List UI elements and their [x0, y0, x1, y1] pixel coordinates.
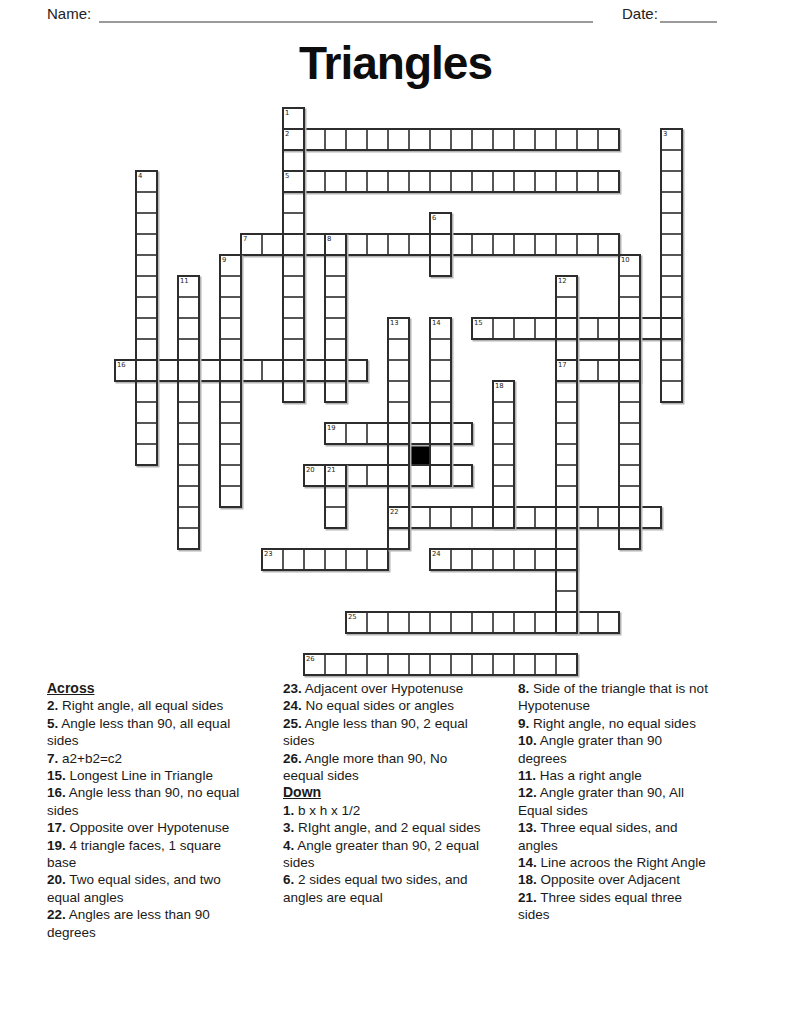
grid-cell-r17c10[interactable]: 21	[325, 465, 346, 486]
grid-cell-r14c13[interactable]	[388, 402, 409, 423]
grid-cell-r3c11[interactable]	[346, 171, 367, 192]
grid-cell-r1c8[interactable]: 2	[283, 129, 304, 150]
grid-cell-r5c8[interactable]	[283, 213, 304, 234]
grid-cell-r12c9[interactable]	[304, 360, 325, 381]
grid-cell-r3c10[interactable]	[325, 171, 346, 192]
grid-cell-r7c5[interactable]: 9	[220, 255, 241, 276]
date-label: Date:	[622, 5, 658, 22]
cell-number-22: 22	[390, 508, 399, 516]
grid-cell-r5c1[interactable]	[136, 213, 157, 234]
clue-across-7: 7. a2+b2=c2	[47, 750, 254, 767]
cell-number-14: 14	[432, 319, 441, 327]
grid-cell-r15c3[interactable]	[178, 423, 199, 444]
clue-down-11: 11. Has a right angle	[518, 767, 714, 784]
grid-cell-r21c15[interactable]: 24	[430, 549, 451, 570]
clue-across-19: 19. 4 triangle faces, 1 square base	[47, 837, 254, 872]
grid-cell-r1c20[interactable]	[535, 129, 556, 150]
grid-cell-r17c18[interactable]	[493, 465, 514, 486]
grid-cell-r12c22[interactable]	[577, 360, 598, 381]
grid-cell-r20c13[interactable]	[388, 528, 409, 549]
grid-cell-r6c23[interactable]	[598, 234, 619, 255]
grid-cell-r24c22[interactable]	[577, 612, 598, 633]
grid-cell-r3c1[interactable]: 4	[136, 171, 157, 192]
grid-cell-r17c16[interactable]	[451, 465, 472, 486]
grid-cell-r10c18[interactable]	[493, 318, 514, 339]
clue-down-1: 1. b x h x 1/2	[283, 802, 483, 819]
grid-cell-r3c16[interactable]	[451, 171, 472, 192]
cell-number-25: 25	[348, 613, 357, 621]
grid-cell-r12c2[interactable]	[157, 360, 178, 381]
name-field-line[interactable]	[99, 21, 593, 23]
grid-cell-r23c21[interactable]	[556, 591, 577, 612]
cell-number-5: 5	[285, 172, 289, 180]
clue-across-2: 2. Right angle, all equal sides	[47, 697, 254, 714]
grid-cell-r9c5[interactable]	[220, 297, 241, 318]
cell-number-15: 15	[474, 319, 483, 327]
grid-cell-r11c13[interactable]	[388, 339, 409, 360]
grid-cell-r1c19[interactable]	[514, 129, 535, 150]
cell-number-9: 9	[222, 256, 226, 264]
grid-cell-r17c3[interactable]	[178, 465, 199, 486]
grid-cell-r19c10[interactable]	[325, 507, 346, 528]
grid-cell-r18c10[interactable]	[325, 486, 346, 507]
grid-cell-r13c5[interactable]	[220, 381, 241, 402]
grid-cell-r9c26[interactable]	[661, 297, 682, 318]
grid-cell-r21c19[interactable]	[514, 549, 535, 570]
grid-cell-r3c13[interactable]	[388, 171, 409, 192]
grid-cell-r2c26[interactable]	[661, 150, 682, 171]
grid-cell-r12c5[interactable]	[220, 360, 241, 381]
page-title: Triangles	[0, 36, 791, 90]
grid-cell-r12c10[interactable]	[325, 360, 346, 381]
grid-cell-r26c20[interactable]	[535, 654, 556, 675]
grid-cell-r10c26[interactable]	[661, 318, 682, 339]
cell-number-20: 20	[306, 466, 315, 474]
across-header: Across	[47, 680, 254, 697]
grid-cell-r6c7[interactable]	[262, 234, 283, 255]
grid-cell-r1c21[interactable]	[556, 129, 577, 150]
grid-cell-r22c21[interactable]	[556, 570, 577, 591]
grid-cell-r19c14[interactable]	[409, 507, 430, 528]
grid-cell-r6c1[interactable]	[136, 234, 157, 255]
grid-cell-r1c17[interactable]	[472, 129, 493, 150]
grid-cell-r12c6[interactable]	[241, 360, 262, 381]
clue-column-3: 8. Side of the triangle that is not Hypo…	[518, 680, 714, 924]
grid-cell-r21c9[interactable]	[304, 549, 325, 570]
grid-cell-r14c18[interactable]	[493, 402, 514, 423]
grid-cell-r17c12[interactable]	[367, 465, 388, 486]
grid-cell-r1c23[interactable]	[598, 129, 619, 150]
grid-cell-r6c9[interactable]	[304, 234, 325, 255]
grid-cell-r7c24[interactable]: 10	[619, 255, 640, 276]
grid-cell-r6c26[interactable]	[661, 234, 682, 255]
grid-cell-r15c10[interactable]: 19	[325, 423, 346, 444]
grid-cell-r10c5[interactable]	[220, 318, 241, 339]
grid-cell-r13c10[interactable]	[325, 381, 346, 402]
grid-cell-r6c21[interactable]	[556, 234, 577, 255]
grid-cell-r3c12[interactable]	[367, 171, 388, 192]
grid-cell-r8c5[interactable]	[220, 276, 241, 297]
grid-cell-r12c7[interactable]	[262, 360, 283, 381]
grid-cell-r10c24[interactable]	[619, 318, 640, 339]
grid-cell-r9c10[interactable]	[325, 297, 346, 318]
grid-cell-r10c21[interactable]	[556, 318, 577, 339]
grid-cell-r11c8[interactable]	[283, 339, 304, 360]
grid-cell-r1c16[interactable]	[451, 129, 472, 150]
grid-cell-r8c24[interactable]	[619, 276, 640, 297]
grid-cell-r3c15[interactable]	[430, 171, 451, 192]
grid-cell-r19c3[interactable]	[178, 507, 199, 528]
grid-cell-r5c26[interactable]	[661, 213, 682, 234]
grid-cell-r17c15[interactable]	[430, 465, 451, 486]
grid-cell-r1c10[interactable]	[325, 129, 346, 150]
grid-cell-r6c11[interactable]	[346, 234, 367, 255]
grid-cell-r11c21[interactable]	[556, 339, 577, 360]
clue-down-13: 13. Three equal sides, and angles	[518, 819, 714, 854]
clue-across-22: 22. Angles are less than 90 degrees	[47, 906, 254, 941]
grid-cell-r1c22[interactable]	[577, 129, 598, 150]
clue-down-9: 9. Right angle, no equal sides	[518, 715, 714, 732]
clue-down-18: 18. Opposite over Adjacent	[518, 871, 714, 888]
grid-cell-r6c15[interactable]	[430, 234, 451, 255]
grid-cell-r13c3[interactable]	[178, 381, 199, 402]
grid-cell-r17c5[interactable]	[220, 465, 241, 486]
grid-cell-r6c6[interactable]: 7	[241, 234, 262, 255]
grid-cell-r13c26[interactable]	[661, 381, 682, 402]
grid-cell-r6c10[interactable]: 8	[325, 234, 346, 255]
grid-cell-r3c23[interactable]	[598, 171, 619, 192]
grid-cell-r12c23[interactable]	[598, 360, 619, 381]
grid-cell-r16c13[interactable]	[388, 444, 409, 465]
grid-cell-r10c15[interactable]: 14	[430, 318, 451, 339]
grid-cell-r26c14[interactable]	[409, 654, 430, 675]
grid-cell-r8c21[interactable]: 12	[556, 276, 577, 297]
grid-cell-r21c16[interactable]	[451, 549, 472, 570]
grid-cell-r24c12[interactable]	[367, 612, 388, 633]
grid-cell-r21c7[interactable]: 23	[262, 549, 283, 570]
grid-cell-r19c21[interactable]	[556, 507, 577, 528]
cell-number-1: 1	[285, 109, 289, 117]
grid-cell-r6c13[interactable]	[388, 234, 409, 255]
grid-cell-r13c1[interactable]	[136, 381, 157, 402]
grid-cell-r10c19[interactable]	[514, 318, 535, 339]
grid-cell-r20c3[interactable]	[178, 528, 199, 549]
grid-cell-r17c11[interactable]	[346, 465, 367, 486]
grid-cell-r3c8[interactable]: 5	[283, 171, 304, 192]
grid-cell-r24c19[interactable]	[514, 612, 535, 633]
grid-cell-r15c13[interactable]	[388, 423, 409, 444]
grid-cell-r7c8[interactable]	[283, 255, 304, 276]
grid-cell-r13c13[interactable]	[388, 381, 409, 402]
grid-cell-r9c24[interactable]	[619, 297, 640, 318]
grid-cell-r12c4[interactable]	[199, 360, 220, 381]
clue-down-12: 12. Angle grater than 90, All Equal side…	[518, 784, 714, 819]
grid-cell-r12c3[interactable]	[178, 360, 199, 381]
grid-cell-r19c19[interactable]	[514, 507, 535, 528]
grid-cell-r12c8[interactable]	[283, 360, 304, 381]
grid-cell-r3c21[interactable]	[556, 171, 577, 192]
grid-cell-r19c23[interactable]	[598, 507, 619, 528]
grid-cell-r17c13[interactable]	[388, 465, 409, 486]
grid-cell-r11c3[interactable]	[178, 339, 199, 360]
grid-cell-r21c18[interactable]	[493, 549, 514, 570]
grid-cell-r17c9[interactable]: 20	[304, 465, 325, 486]
grid-cell-r24c11[interactable]: 25	[346, 612, 367, 633]
grid-cell-r6c12[interactable]	[367, 234, 388, 255]
grid-cell-r16c24[interactable]	[619, 444, 640, 465]
grid-cell-r15c12[interactable]	[367, 423, 388, 444]
grid-cell-r12c1[interactable]	[136, 360, 157, 381]
grid-cell-r19c15[interactable]	[430, 507, 451, 528]
grid-cell-r26c15[interactable]	[430, 654, 451, 675]
cell-number-16: 16	[117, 361, 126, 369]
grid-cell-r21c8[interactable]	[283, 549, 304, 570]
grid-cell-r19c17[interactable]	[472, 507, 493, 528]
grid-cell-r9c3[interactable]	[178, 297, 199, 318]
grid-cell-r21c11[interactable]	[346, 549, 367, 570]
grid-cell-r13c21[interactable]	[556, 381, 577, 402]
grid-cell-r24c15[interactable]	[430, 612, 451, 633]
clue-across-24: 24. No equal sides or angles	[283, 697, 483, 714]
clue-across-17: 17. Opposite over Hypotenuse	[47, 819, 254, 836]
grid-cell-r10c10[interactable]	[325, 318, 346, 339]
clue-across-15: 15. Longest Line in Triangle	[47, 767, 254, 784]
grid-cell-r26c17[interactable]	[472, 654, 493, 675]
grid-cell-r11c10[interactable]	[325, 339, 346, 360]
grid-cell-r3c20[interactable]	[535, 171, 556, 192]
clue-across-25: 25. Angle less than 90, 2 equal sides	[283, 715, 483, 750]
grid-cell-r15c5[interactable]	[220, 423, 241, 444]
grid-cell-r0c8[interactable]: 1	[283, 108, 304, 129]
grid-cell-r24c17[interactable]	[472, 612, 493, 633]
grid-cell-r26c21[interactable]	[556, 654, 577, 675]
grid-cell-r8c8[interactable]	[283, 276, 304, 297]
grid-cell-r6c14[interactable]	[409, 234, 430, 255]
grid-cell-r15c1[interactable]	[136, 423, 157, 444]
grid-cell-r4c1[interactable]	[136, 192, 157, 213]
grid-cell-r24c16[interactable]	[451, 612, 472, 633]
grid-cell-r6c16[interactable]	[451, 234, 472, 255]
grid-cell-r15c14[interactable]	[409, 423, 430, 444]
grid-cell-r8c26[interactable]	[661, 276, 682, 297]
grid-cell-r9c8[interactable]	[283, 297, 304, 318]
grid-cell-r24c20[interactable]	[535, 612, 556, 633]
grid-cell-r1c14[interactable]	[409, 129, 430, 150]
grid-cell-r26c11[interactable]	[346, 654, 367, 675]
cell-number-3: 3	[663, 130, 667, 138]
grid-cell-r26c10[interactable]	[325, 654, 346, 675]
grid-cell-r26c18[interactable]	[493, 654, 514, 675]
grid-cell-r17c24[interactable]	[619, 465, 640, 486]
grid-cell-r13c15[interactable]	[430, 381, 451, 402]
grid-cell-r12c13[interactable]	[388, 360, 409, 381]
grid-cell-r12c11[interactable]	[346, 360, 367, 381]
grid-cell-r15c18[interactable]	[493, 423, 514, 444]
grid-cell-r3c9[interactable]	[304, 171, 325, 192]
grid-cell-r19c22[interactable]	[577, 507, 598, 528]
grid-cell-r3c19[interactable]	[514, 171, 535, 192]
grid-cell-r15c11[interactable]	[346, 423, 367, 444]
clue-across-5: 5. Angle less than 90, all equal sides	[47, 715, 254, 750]
grid-cell-r6c17[interactable]	[472, 234, 493, 255]
grid-cell-r3c18[interactable]	[493, 171, 514, 192]
grid-cell-r6c19[interactable]	[514, 234, 535, 255]
grid-cell-r18c13[interactable]	[388, 486, 409, 507]
grid-cell-r14c24[interactable]	[619, 402, 640, 423]
grid-cell-r6c22[interactable]	[577, 234, 598, 255]
grid-cell-r10c1[interactable]	[136, 318, 157, 339]
cell-number-2: 2	[285, 130, 289, 138]
grid-cell-r17c14[interactable]	[409, 465, 430, 486]
grid-cell-r16c18[interactable]	[493, 444, 514, 465]
grid-cell-r24c23[interactable]	[598, 612, 619, 633]
grid-cell-r15c21[interactable]	[556, 423, 577, 444]
grid-cell-r3c22[interactable]	[577, 171, 598, 192]
grid-cell-r10c23[interactable]	[598, 318, 619, 339]
grid-cell-r12c0[interactable]: 16	[115, 360, 136, 381]
grid-cell-r11c5[interactable]	[220, 339, 241, 360]
grid-cell-r21c10[interactable]	[325, 549, 346, 570]
grid-cell-r26c19[interactable]	[514, 654, 535, 675]
grid-cell-r24c18[interactable]	[493, 612, 514, 633]
grid-cell-r6c8[interactable]	[283, 234, 304, 255]
clue-across-23: 23. Adjacent over Hypotenuse	[283, 680, 483, 697]
grid-cell-r26c13[interactable]	[388, 654, 409, 675]
grid-cell-r18c3[interactable]	[178, 486, 199, 507]
grid-cell-r1c11[interactable]	[346, 129, 367, 150]
grid-cell-r17c21[interactable]	[556, 465, 577, 486]
grid-cell-r14c21[interactable]	[556, 402, 577, 423]
grid-cell-r8c1[interactable]	[136, 276, 157, 297]
grid-cell-r2c8[interactable]	[283, 150, 304, 171]
grid-cell-r3c14[interactable]	[409, 171, 430, 192]
grid-cell-r10c25[interactable]	[640, 318, 661, 339]
grid-cell-r19c13[interactable]: 22	[388, 507, 409, 528]
grid-cell-r13c18[interactable]: 18	[493, 381, 514, 402]
grid-cell-r19c20[interactable]	[535, 507, 556, 528]
date-field-line[interactable]	[660, 21, 717, 23]
grid-cell-r13c8[interactable]	[283, 381, 304, 402]
grid-cell-r16c3[interactable]	[178, 444, 199, 465]
grid-cell-r3c17[interactable]	[472, 171, 493, 192]
grid-cell-r4c26[interactable]	[661, 192, 682, 213]
grid-cell-r10c17[interactable]: 15	[472, 318, 493, 339]
grid-cell-r14c5[interactable]	[220, 402, 241, 423]
grid-cell-r26c12[interactable]	[367, 654, 388, 675]
grid-cell-r10c8[interactable]	[283, 318, 304, 339]
grid-cell-r18c24[interactable]	[619, 486, 640, 507]
grid-cell-r7c26[interactable]	[661, 255, 682, 276]
clue-down-6: 6. 2 sides equal two sides, and angles a…	[283, 871, 483, 906]
grid-cell-r10c20[interactable]	[535, 318, 556, 339]
grid-cell-r15c16[interactable]	[451, 423, 472, 444]
grid-cell-r20c24[interactable]	[619, 528, 640, 549]
grid-cell-r9c1[interactable]	[136, 297, 157, 318]
grid-cell-r1c18[interactable]	[493, 129, 514, 150]
cell-number-19: 19	[327, 424, 336, 432]
grid-cell-r6c20[interactable]	[535, 234, 556, 255]
grid-cell-r24c21[interactable]	[556, 612, 577, 633]
grid-cell-r21c12[interactable]	[367, 549, 388, 570]
grid-cell-r20c21[interactable]	[556, 528, 577, 549]
grid-cell-r16c15[interactable]	[430, 444, 451, 465]
grid-cell-r7c10[interactable]	[325, 255, 346, 276]
grid-cell-r5c15[interactable]: 6	[430, 213, 451, 234]
crossword-grid: 1234567891011121314151617181920212223242…	[115, 108, 682, 675]
grid-cell-r15c15[interactable]	[430, 423, 451, 444]
grid-cell-r18c21[interactable]	[556, 486, 577, 507]
grid-cell-r21c17[interactable]	[472, 549, 493, 570]
cell-number-10: 10	[621, 256, 630, 264]
grid-cell-r26c9[interactable]: 26	[304, 654, 325, 675]
grid-cell-r11c15[interactable]	[430, 339, 451, 360]
grid-cell-r12c26[interactable]	[661, 360, 682, 381]
grid-cell-r14c15[interactable]	[430, 402, 451, 423]
grid-cell-r24c14[interactable]	[409, 612, 430, 633]
grid-cell-r24c13[interactable]	[388, 612, 409, 633]
grid-cell-r21c21[interactable]	[556, 549, 577, 570]
grid-cell-r6c18[interactable]	[493, 234, 514, 255]
grid-cell-r8c10[interactable]	[325, 276, 346, 297]
grid-cell-r16c5[interactable]	[220, 444, 241, 465]
grid-cell-r21c20[interactable]	[535, 549, 556, 570]
cell-number-12: 12	[558, 277, 567, 285]
grid-cell-r12c24[interactable]	[619, 360, 640, 381]
grid-cell-r11c24[interactable]	[619, 339, 640, 360]
grid-cell-r1c12[interactable]	[367, 129, 388, 150]
grid-cell-r18c18[interactable]	[493, 486, 514, 507]
grid-cell-r7c1[interactable]	[136, 255, 157, 276]
grid-cell-r9c21[interactable]	[556, 297, 577, 318]
grid-cell-r12c21[interactable]: 17	[556, 360, 577, 381]
grid-cell-r16c21[interactable]	[556, 444, 577, 465]
grid-cell-r7c15[interactable]	[430, 255, 451, 276]
grid-cell-r19c24[interactable]	[619, 507, 640, 528]
clue-down-3: 3. RIght angle, and 2 equal sides	[283, 819, 483, 836]
grid-cell-r10c13[interactable]: 13	[388, 318, 409, 339]
cell-number-26: 26	[306, 655, 315, 663]
grid-cell-r19c25[interactable]	[640, 507, 661, 528]
grid-cell-r18c5[interactable]	[220, 486, 241, 507]
grid-cell-r1c13[interactable]	[388, 129, 409, 150]
grid-cell-r26c16[interactable]	[451, 654, 472, 675]
grid-cell-r14c1[interactable]	[136, 402, 157, 423]
cell-number-18: 18	[495, 382, 504, 390]
cell-number-8: 8	[327, 235, 331, 243]
grid-cell-r3c26[interactable]	[661, 171, 682, 192]
grid-cell-r8c3[interactable]: 11	[178, 276, 199, 297]
grid-cell-r1c26[interactable]: 3	[661, 129, 682, 150]
grid-cell-r11c1[interactable]	[136, 339, 157, 360]
grid-cell-r15c24[interactable]	[619, 423, 640, 444]
clue-down-21: 21. Three sides equal three sides	[518, 889, 714, 924]
grid-cell-r4c8[interactable]	[283, 192, 304, 213]
grid-cell-r13c24[interactable]	[619, 381, 640, 402]
grid-cell-r12c15[interactable]	[430, 360, 451, 381]
grid-cell-r1c9[interactable]	[304, 129, 325, 150]
grid-cell-r19c16[interactable]	[451, 507, 472, 528]
cell-number-13: 13	[390, 319, 399, 327]
grid-cell-r11c26[interactable]	[661, 339, 682, 360]
clue-across-16: 16. Angle less than 90, no equal sides	[47, 784, 254, 819]
grid-cell-r1c15[interactable]	[430, 129, 451, 150]
grid-cell-r10c22[interactable]	[577, 318, 598, 339]
grid-cell-r19c18[interactable]	[493, 507, 514, 528]
grid-cell-r10c3[interactable]	[178, 318, 199, 339]
grid-cell-r16c1[interactable]	[136, 444, 157, 465]
black-cell	[409, 444, 430, 465]
grid-cell-r14c3[interactable]	[178, 402, 199, 423]
